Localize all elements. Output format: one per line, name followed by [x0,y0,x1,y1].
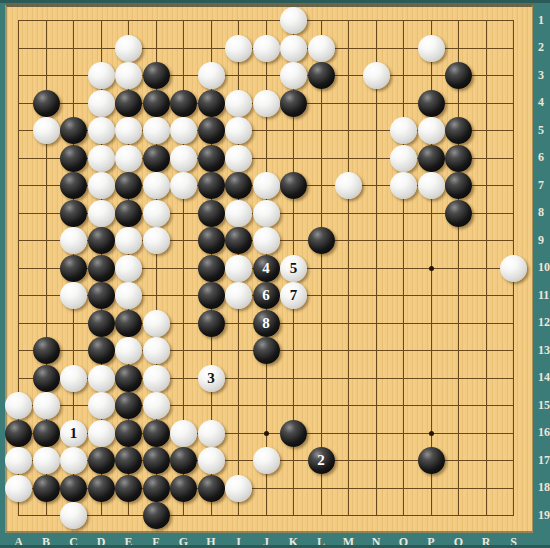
stone-white-K11[interactable]: 7 [280,282,307,309]
stone-black-H9[interactable] [198,227,225,254]
stone-white-F9[interactable] [143,227,170,254]
stone-white-G16[interactable] [170,420,197,447]
window-top-edge [0,0,550,3]
stone-white-A17[interactable] [5,447,32,474]
row-label-15: 15 [538,398,550,413]
stone-black-E12[interactable] [115,310,142,337]
stone-black-B4[interactable] [33,90,60,117]
stone-black-C5[interactable] [60,117,87,144]
stone-white-E5[interactable] [115,117,142,144]
stone-black-L9[interactable] [308,227,335,254]
stone-white-H14[interactable]: 3 [198,365,225,392]
stone-black-H4[interactable] [198,90,225,117]
stone-black-C10[interactable] [60,255,87,282]
stone-black-F3[interactable] [143,62,170,89]
stone-white-K10[interactable]: 5 [280,255,307,282]
stone-white-P2[interactable] [418,35,445,62]
move-number-label: 4 [262,261,270,276]
move-number-label: 5 [290,261,298,276]
stone-white-B5[interactable] [33,117,60,144]
row-label-1: 1 [538,13,544,28]
stone-white-D4[interactable] [88,90,115,117]
stone-black-C18[interactable] [60,475,87,502]
stone-black-E18[interactable] [115,475,142,502]
stone-black-H5[interactable] [198,117,225,144]
stone-white-B15[interactable] [33,392,60,419]
stone-black-Q7[interactable] [445,172,472,199]
stone-white-I11[interactable] [225,282,252,309]
stone-white-G7[interactable] [170,172,197,199]
stone-black-F19[interactable] [143,502,170,529]
stone-white-H16[interactable] [198,420,225,447]
stone-white-J9[interactable] [253,227,280,254]
stone-black-B14[interactable] [33,365,60,392]
stone-white-O5[interactable] [390,117,417,144]
stone-white-I18[interactable] [225,475,252,502]
row-label-11: 11 [538,288,549,303]
stone-white-I4[interactable] [225,90,252,117]
stone-white-A15[interactable] [5,392,32,419]
stone-black-E8[interactable] [115,200,142,227]
move-number-label: 1 [70,426,78,441]
stone-white-I8[interactable] [225,200,252,227]
stone-white-J4[interactable] [253,90,280,117]
stone-white-I10[interactable] [225,255,252,282]
stone-white-E2[interactable] [115,35,142,62]
stone-black-I7[interactable] [225,172,252,199]
go-board[interactable]: 45678312 [5,4,533,533]
stone-white-D5[interactable] [88,117,115,144]
row-label-4: 4 [538,95,544,110]
stone-white-I5[interactable] [225,117,252,144]
row-label-8: 8 [538,205,544,220]
stone-white-C11[interactable] [60,282,87,309]
stone-white-M7[interactable] [335,172,362,199]
stone-white-B17[interactable] [33,447,60,474]
stone-white-L2[interactable] [308,35,335,62]
stone-white-C9[interactable] [60,227,87,254]
stone-black-E4[interactable] [115,90,142,117]
stone-white-K1[interactable] [280,7,307,34]
star-point [429,266,434,271]
stone-black-C6[interactable] [60,145,87,172]
stone-white-P5[interactable] [418,117,445,144]
row-label-9: 9 [538,233,544,248]
row-label-17: 17 [538,453,550,468]
row-label-13: 13 [538,343,550,358]
go-board-screenshot: { "game": "go", "board": { "size": 19, "… [0,0,550,548]
stone-white-H3[interactable] [198,62,225,89]
row-label-12: 12 [538,315,550,330]
stone-black-H7[interactable] [198,172,225,199]
stone-black-D11[interactable] [88,282,115,309]
move-number-label: 7 [290,288,298,303]
stone-black-P17[interactable] [418,447,445,474]
board-grid[interactable]: 45678312 [18,20,514,516]
stone-black-D9[interactable] [88,227,115,254]
move-number-label: 6 [262,288,270,303]
stone-black-H8[interactable] [198,200,225,227]
stone-black-C7[interactable] [60,172,87,199]
stone-white-C19[interactable] [60,502,87,529]
stone-black-F16[interactable] [143,420,170,447]
stone-white-K3[interactable] [280,62,307,89]
star-point [264,431,269,436]
stone-black-L17[interactable]: 2 [308,447,335,474]
stone-black-Q3[interactable] [445,62,472,89]
stone-white-I6[interactable] [225,145,252,172]
stone-black-Q8[interactable] [445,200,472,227]
stone-white-K2[interactable] [280,35,307,62]
star-point [429,431,434,436]
stone-white-E9[interactable] [115,227,142,254]
stone-black-J11[interactable]: 6 [253,282,280,309]
stone-white-F8[interactable] [143,200,170,227]
stone-white-C17[interactable] [60,447,87,474]
stone-black-H18[interactable] [198,475,225,502]
stone-black-B18[interactable] [33,475,60,502]
stone-white-A18[interactable] [5,475,32,502]
stone-white-O7[interactable] [390,172,417,199]
stone-white-J7[interactable] [253,172,280,199]
stone-black-F6[interactable] [143,145,170,172]
move-number-label: 8 [262,316,270,331]
stone-white-D15[interactable] [88,392,115,419]
stone-white-J17[interactable] [253,447,280,474]
stone-black-G4[interactable] [170,90,197,117]
stone-black-G18[interactable] [170,475,197,502]
stone-black-G17[interactable] [170,447,197,474]
row-label-10: 10 [538,260,550,275]
stone-black-K7[interactable] [280,172,307,199]
stone-white-D7[interactable] [88,172,115,199]
stone-white-E10[interactable] [115,255,142,282]
stone-black-H12[interactable] [198,310,225,337]
row-label-2: 2 [538,40,544,55]
stone-white-C16[interactable]: 1 [60,420,87,447]
stone-white-D3[interactable] [88,62,115,89]
row-label-19: 19 [538,508,550,523]
stone-black-B13[interactable] [33,337,60,364]
stone-white-D16[interactable] [88,420,115,447]
row-label-5: 5 [538,123,544,138]
stone-white-F12[interactable] [143,310,170,337]
stone-black-H6[interactable] [198,145,225,172]
stone-white-F15[interactable] [143,392,170,419]
stone-black-L3[interactable] [308,62,335,89]
row-label-3: 3 [538,68,544,83]
stone-white-E11[interactable] [115,282,142,309]
stone-white-E6[interactable] [115,145,142,172]
stone-black-I9[interactable] [225,227,252,254]
stone-black-B16[interactable] [33,420,60,447]
stone-black-K4[interactable] [280,90,307,117]
stone-white-F7[interactable] [143,172,170,199]
stone-white-E13[interactable] [115,337,142,364]
stone-black-H10[interactable] [198,255,225,282]
stone-white-H17[interactable] [198,447,225,474]
stone-black-C8[interactable] [60,200,87,227]
stone-black-D10[interactable] [88,255,115,282]
row-label-7: 7 [538,178,544,193]
stone-black-D12[interactable] [88,310,115,337]
stone-white-S10[interactable] [500,255,527,282]
stone-black-P6[interactable] [418,145,445,172]
stone-black-A16[interactable] [5,420,32,447]
move-number-label: 3 [207,371,215,386]
stone-black-Q5[interactable] [445,117,472,144]
stone-black-D17[interactable] [88,447,115,474]
stone-black-D18[interactable] [88,475,115,502]
row-label-18: 18 [538,480,550,495]
stone-black-E15[interactable] [115,392,142,419]
stone-white-P7[interactable] [418,172,445,199]
stone-white-I2[interactable] [225,35,252,62]
stone-white-F13[interactable] [143,337,170,364]
stone-black-F4[interactable] [143,90,170,117]
stone-white-F14[interactable] [143,365,170,392]
stone-black-E14[interactable] [115,365,142,392]
stone-black-K16[interactable] [280,420,307,447]
stone-black-E16[interactable] [115,420,142,447]
stone-white-N3[interactable] [363,62,390,89]
stone-white-G6[interactable] [170,145,197,172]
stone-black-Q6[interactable] [445,145,472,172]
stone-white-E3[interactable] [115,62,142,89]
move-number-label: 2 [317,453,325,468]
stone-white-O6[interactable] [390,145,417,172]
stone-black-E17[interactable] [115,447,142,474]
stone-black-H11[interactable] [198,282,225,309]
stone-black-J13[interactable] [253,337,280,364]
stone-black-J10[interactable]: 4 [253,255,280,282]
stone-white-D14[interactable] [88,365,115,392]
stone-white-G5[interactable] [170,117,197,144]
stone-black-F17[interactable] [143,447,170,474]
row-label-14: 14 [538,370,550,385]
stone-black-P4[interactable] [418,90,445,117]
stone-white-C14[interactable] [60,365,87,392]
stone-white-D6[interactable] [88,145,115,172]
stone-black-F18[interactable] [143,475,170,502]
stone-black-J12[interactable]: 8 [253,310,280,337]
stone-black-D13[interactable] [88,337,115,364]
stone-white-J8[interactable] [253,200,280,227]
row-label-6: 6 [538,150,544,165]
stone-white-F5[interactable] [143,117,170,144]
stone-black-E7[interactable] [115,172,142,199]
stone-white-J2[interactable] [253,35,280,62]
row-label-16: 16 [538,425,550,440]
stone-white-D8[interactable] [88,200,115,227]
